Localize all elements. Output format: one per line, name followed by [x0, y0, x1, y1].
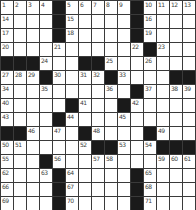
clue-number: 41: [80, 99, 87, 106]
cell-r9c12[interactable]: [144, 113, 157, 127]
cell-r14c12[interactable]: 68: [144, 183, 157, 197]
cell-r13c13[interactable]: [157, 169, 170, 183]
cell-r9c8[interactable]: [92, 113, 105, 127]
cell-r14c8[interactable]: [92, 183, 105, 197]
cell-r6c9-black: [105, 71, 118, 85]
cell-r2c6[interactable]: 15: [66, 15, 79, 29]
clue-number: 68: [145, 183, 152, 190]
cell-r1c12[interactable]: 10: [144, 1, 157, 15]
cell-r6c5[interactable]: 30: [53, 71, 66, 85]
cell-r10c11[interactable]: [131, 127, 144, 141]
cell-r15c5-black: [53, 197, 66, 210]
clue-number: 48: [93, 127, 100, 134]
clue-number: 13: [184, 1, 191, 8]
clue-number: 50: [2, 141, 9, 148]
clue-number: 53: [119, 141, 126, 148]
cell-r9c10[interactable]: 45: [118, 113, 131, 127]
clue-number: 46: [28, 127, 35, 134]
cell-r9c2[interactable]: [14, 113, 27, 127]
cell-r5c7-black: [79, 57, 92, 71]
cell-r1c3[interactable]: 3: [27, 1, 40, 15]
cell-r15c8[interactable]: [92, 197, 105, 210]
cell-r13c12[interactable]: 65: [144, 169, 157, 183]
clue-number: 23: [158, 43, 165, 50]
clue-number: 45: [119, 113, 126, 120]
clue-number: 21: [54, 43, 61, 50]
cell-r14c10[interactable]: [118, 183, 131, 197]
cell-r3c13[interactable]: [157, 29, 170, 43]
cell-r6c8[interactable]: 32: [92, 71, 105, 85]
cell-r11c12[interactable]: 54: [144, 141, 157, 155]
cell-r4c8[interactable]: [92, 43, 105, 57]
cell-r8c10-black: [118, 99, 131, 113]
cell-r8c4[interactable]: [40, 99, 53, 113]
cell-r11c10[interactable]: 53: [118, 141, 131, 155]
cell-r2c14[interactable]: [170, 15, 183, 29]
clue-number: 65: [145, 169, 152, 176]
cell-r15c10[interactable]: [118, 197, 131, 210]
cell-r8c9[interactable]: [105, 99, 118, 113]
clue-number: 63: [41, 169, 48, 176]
cell-r1c11-black: [131, 1, 144, 15]
clue-number: 55: [2, 155, 9, 162]
cell-r8c7[interactable]: 41: [79, 99, 92, 113]
cell-r9c4[interactable]: [40, 113, 53, 127]
clue-number: 66: [2, 183, 9, 190]
cell-r2c12[interactable]: 16: [144, 15, 157, 29]
clue-number: 42: [132, 99, 139, 106]
clue-number: 38: [171, 85, 178, 92]
cell-r7c12[interactable]: 37: [144, 85, 157, 99]
cell-r9c14[interactable]: [170, 113, 183, 127]
clue-number: 71: [145, 197, 152, 204]
cell-r14c9[interactable]: [105, 183, 118, 197]
cell-r5c5[interactable]: [53, 57, 66, 71]
cell-r10c2-black: [14, 127, 27, 141]
cell-r8c13[interactable]: [157, 99, 170, 113]
cell-r13c3[interactable]: [27, 169, 40, 183]
cell-r14c5-black: [53, 183, 66, 197]
cell-r13c14[interactable]: [170, 169, 183, 183]
cell-r11c7[interactable]: 52: [79, 141, 92, 155]
cell-r12c11[interactable]: [131, 155, 144, 169]
cell-r13c10[interactable]: [118, 169, 131, 183]
cell-r13c8[interactable]: [92, 169, 105, 183]
cell-r4c4[interactable]: [40, 43, 53, 57]
cell-r12c5[interactable]: 56: [53, 155, 66, 169]
cell-r1c7[interactable]: 6: [79, 1, 92, 15]
cell-r11c8-black: [92, 141, 105, 155]
cell-r13c1[interactable]: 62: [1, 169, 14, 183]
cell-r13c4[interactable]: 63: [40, 169, 53, 183]
cell-r15c6[interactable]: 70: [66, 197, 79, 210]
cell-r2c7[interactable]: [79, 15, 92, 29]
cell-r14c11-black: [131, 183, 144, 197]
cell-r8c6-black: [66, 99, 79, 113]
cell-r9c1[interactable]: 43: [1, 113, 14, 127]
cell-r2c1[interactable]: 14: [1, 15, 14, 29]
cell-r6c4-black: [40, 71, 53, 85]
clue-number: 2: [15, 1, 18, 8]
cell-r5c6[interactable]: [66, 57, 79, 71]
cell-r3c3[interactable]: [27, 29, 40, 43]
clue-number: 40: [2, 99, 9, 106]
cell-r12c2[interactable]: [14, 155, 27, 169]
cell-r7c14[interactable]: 38: [170, 85, 183, 99]
cell-r1c15[interactable]: 13: [183, 1, 196, 15]
cell-r15c12[interactable]: 71: [144, 197, 157, 210]
cell-r12c7[interactable]: [79, 155, 92, 169]
cell-r6c15-black: [183, 71, 196, 85]
cell-r3c11-black: [131, 29, 144, 43]
clue-number: 62: [2, 169, 9, 176]
clue-number: 43: [2, 113, 9, 120]
cell-r15c2[interactable]: [14, 197, 27, 210]
cell-r4c2[interactable]: [14, 43, 27, 57]
cell-r7c2[interactable]: [14, 85, 27, 99]
cell-r1c14[interactable]: 12: [170, 1, 183, 15]
cell-r12c10[interactable]: [118, 155, 131, 169]
cell-r14c3[interactable]: [27, 183, 40, 197]
clue-number: 59: [158, 155, 165, 162]
cell-r8c15[interactable]: [183, 99, 196, 113]
cell-r14c4[interactable]: [40, 183, 53, 197]
cell-r15c4[interactable]: [40, 197, 53, 210]
clue-number: 67: [67, 183, 74, 190]
clue-number: 9: [119, 1, 122, 8]
cell-r3c7[interactable]: [79, 29, 92, 43]
cell-r3c8[interactable]: [92, 29, 105, 43]
cell-r11c6[interactable]: [66, 141, 79, 155]
cell-r11c1[interactable]: 50: [1, 141, 14, 155]
cell-r9c11[interactable]: [131, 113, 144, 127]
cell-r6c14-black: [170, 71, 183, 85]
cell-r13c15[interactable]: [183, 169, 196, 183]
cell-r15c7[interactable]: [79, 197, 92, 210]
cell-r11c9-black: [105, 141, 118, 155]
cell-r12c13[interactable]: 59: [157, 155, 170, 169]
cell-r9c5-black: [53, 113, 66, 127]
cell-r7c10[interactable]: [118, 85, 131, 99]
cell-r7c11-black: [131, 85, 144, 99]
cell-r6c7[interactable]: 31: [79, 71, 92, 85]
cell-r5c15[interactable]: [183, 57, 196, 71]
clue-number: 27: [2, 71, 9, 78]
clue-number: 18: [67, 29, 74, 36]
clue-number: 1: [2, 1, 5, 8]
cell-r2c9[interactable]: [105, 15, 118, 29]
clue-number: 69: [2, 197, 9, 204]
cell-r6c13[interactable]: [157, 71, 170, 85]
cell-r9c15[interactable]: [183, 113, 196, 127]
cell-r1c2[interactable]: 2: [14, 1, 27, 15]
clue-number: 25: [106, 57, 113, 64]
cell-r6c3[interactable]: 29: [27, 71, 40, 85]
clue-number: 22: [132, 43, 139, 50]
cell-r14c7[interactable]: [79, 183, 92, 197]
clue-number: 57: [93, 155, 100, 162]
cell-r5c1-black: [1, 57, 14, 71]
cell-r4c13[interactable]: 23: [157, 43, 170, 57]
cell-r5c14[interactable]: [170, 57, 183, 71]
cell-r15c15[interactable]: [183, 197, 196, 210]
clue-number: 11: [158, 1, 165, 8]
clue-number: 29: [28, 71, 35, 78]
clue-number: 26: [145, 57, 152, 64]
cell-r5c3-black: [27, 57, 40, 71]
cell-r4c9[interactable]: [105, 43, 118, 57]
cell-r5c9[interactable]: 25: [105, 57, 118, 71]
clue-number: 32: [93, 71, 100, 78]
clue-number: 31: [80, 71, 87, 78]
cell-r7c15[interactable]: 39: [183, 85, 196, 99]
cell-r7c3[interactable]: [27, 85, 40, 99]
cell-r15c9[interactable]: [105, 197, 118, 210]
cell-r11c4[interactable]: [40, 141, 53, 155]
cell-r11c3[interactable]: [27, 141, 40, 155]
cell-r8c12[interactable]: [144, 99, 157, 113]
cell-r11c5[interactable]: [53, 141, 66, 155]
cell-r10c9[interactable]: [105, 127, 118, 141]
cell-r4c6[interactable]: [66, 43, 79, 57]
clue-number: 49: [158, 127, 165, 134]
cell-r10c8[interactable]: 48: [92, 127, 105, 141]
cell-r5c2-black: [14, 57, 27, 71]
cell-r1c1[interactable]: 1: [1, 1, 14, 15]
cell-r2c5-black: [53, 15, 66, 29]
cell-r5c10[interactable]: [118, 57, 131, 71]
clue-number: 52: [80, 141, 87, 148]
cell-r11c11[interactable]: [131, 141, 144, 155]
cell-r12c1[interactable]: 55: [1, 155, 14, 169]
clue-number: 28: [15, 71, 22, 78]
cell-r1c8[interactable]: 7: [92, 1, 105, 15]
cell-r3c10[interactable]: [118, 29, 131, 43]
clue-number: 17: [2, 29, 9, 36]
clue-number: 15: [67, 15, 74, 22]
cell-r4c1[interactable]: 20: [1, 43, 14, 57]
cell-r3c12[interactable]: 19: [144, 29, 157, 43]
clue-number: 19: [145, 29, 152, 36]
clue-number: 64: [67, 169, 74, 176]
cell-r3c1[interactable]: 17: [1, 29, 14, 43]
cell-r4c3[interactable]: [27, 43, 40, 57]
cell-r11c15-black: [183, 141, 196, 155]
cell-r4c12-black: [144, 43, 157, 57]
cell-r6c11[interactable]: [131, 71, 144, 85]
clue-number: 30: [54, 71, 61, 78]
cell-r15c13[interactable]: [157, 197, 170, 210]
cell-r10c12-black: [144, 127, 157, 141]
cell-r7c13[interactable]: [157, 85, 170, 99]
cell-r2c2[interactable]: [14, 15, 27, 29]
clue-number: 35: [41, 85, 48, 92]
cell-r2c10[interactable]: [118, 15, 131, 29]
cell-r1c6[interactable]: 5: [66, 1, 79, 15]
clue-number: 8: [106, 1, 109, 8]
cell-r10c15[interactable]: [183, 127, 196, 141]
clue-number: 70: [67, 197, 74, 204]
cell-r6c6[interactable]: [66, 71, 79, 85]
cell-r6c1[interactable]: 27: [1, 71, 14, 85]
crossword-grid: 1234567891011121314151617181920212223242…: [0, 0, 196, 210]
cell-r3c15[interactable]: [183, 29, 196, 43]
cell-r10c10[interactable]: [118, 127, 131, 141]
cell-r14c1[interactable]: 66: [1, 183, 14, 197]
cell-r5c11[interactable]: [131, 57, 144, 71]
clue-number: 56: [54, 155, 61, 162]
cell-r8c5[interactable]: [53, 99, 66, 113]
cell-r7c6[interactable]: [66, 85, 79, 99]
clue-number: 36: [106, 85, 113, 92]
cell-r8c14[interactable]: [170, 99, 183, 113]
cell-r10c13[interactable]: 49: [157, 127, 170, 141]
cell-r12c3[interactable]: [27, 155, 40, 169]
cell-r12c6[interactable]: [66, 155, 79, 169]
cell-r5c4[interactable]: 24: [40, 57, 53, 71]
cell-r7c5[interactable]: [53, 85, 66, 99]
clue-number: 51: [15, 141, 22, 148]
cell-r7c8[interactable]: [92, 85, 105, 99]
cell-r10c14[interactable]: [170, 127, 183, 141]
cell-r5c13[interactable]: [157, 57, 170, 71]
cell-r2c13[interactable]: [157, 15, 170, 29]
cell-r12c14[interactable]: 60: [170, 155, 183, 169]
cell-r14c14[interactable]: [170, 183, 183, 197]
cell-r10c1-black: [1, 127, 14, 141]
cell-r10c3[interactable]: 46: [27, 127, 40, 141]
cell-r3c4[interactable]: [40, 29, 53, 43]
cell-r13c5-black: [53, 169, 66, 183]
cell-r14c2[interactable]: [14, 183, 27, 197]
cell-r9c9[interactable]: [105, 113, 118, 127]
cell-r3c5-black: [53, 29, 66, 43]
cell-r9c3[interactable]: [27, 113, 40, 127]
cell-r3c9[interactable]: [105, 29, 118, 43]
cell-r12c8[interactable]: 57: [92, 155, 105, 169]
clue-number: 10: [145, 1, 152, 8]
cell-r3c2[interactable]: [14, 29, 27, 43]
cell-r11c2[interactable]: 51: [14, 141, 27, 155]
cell-r1c5-black: [53, 1, 66, 15]
cell-r12c15[interactable]: 61: [183, 155, 196, 169]
clue-number: 14: [2, 15, 9, 22]
cell-r10c5[interactable]: 47: [53, 127, 66, 141]
cell-r3c14[interactable]: [170, 29, 183, 43]
clue-number: 5: [67, 1, 70, 8]
cell-r8c1[interactable]: 40: [1, 99, 14, 113]
cell-r6c2[interactable]: 28: [14, 71, 27, 85]
cell-r15c3[interactable]: [27, 197, 40, 210]
cell-r11c14-black: [170, 141, 183, 155]
clue-number: 37: [145, 85, 152, 92]
cell-r4c15[interactable]: [183, 43, 196, 57]
cell-r2c4[interactable]: [40, 15, 53, 29]
cell-r2c3[interactable]: [27, 15, 40, 29]
cell-r3c6[interactable]: 18: [66, 29, 79, 43]
cell-r8c3[interactable]: [27, 99, 40, 113]
cell-r12c12[interactable]: [144, 155, 157, 169]
cell-r1c13[interactable]: 11: [157, 1, 170, 15]
clue-number: 24: [41, 57, 48, 64]
cell-r9c13[interactable]: [157, 113, 170, 127]
cell-r4c14[interactable]: [170, 43, 183, 57]
clue-number: 61: [184, 155, 191, 162]
cell-r2c8[interactable]: [92, 15, 105, 29]
cell-r8c2[interactable]: [14, 99, 27, 113]
cell-r6c12[interactable]: [144, 71, 157, 85]
cell-r5c12[interactable]: 26: [144, 57, 157, 71]
cell-r13c9[interactable]: [105, 169, 118, 183]
cell-r12c9[interactable]: 58: [105, 155, 118, 169]
cell-r1c9[interactable]: 8: [105, 1, 118, 15]
cell-r13c6[interactable]: 64: [66, 169, 79, 183]
cell-r1c10[interactable]: 9: [118, 1, 131, 15]
cell-r15c11-black: [131, 197, 144, 210]
cell-r2c11-black: [131, 15, 144, 29]
clue-number: 16: [145, 15, 152, 22]
clue-number: 58: [106, 155, 113, 162]
cell-r7c7[interactable]: [79, 85, 92, 99]
clue-number: 20: [2, 43, 9, 50]
cell-r15c1[interactable]: 69: [1, 197, 14, 210]
clue-number: 4: [41, 1, 44, 8]
clue-number: 39: [184, 85, 191, 92]
clue-number: 34: [2, 85, 9, 92]
cell-r13c7[interactable]: [79, 169, 92, 183]
cell-r4c7[interactable]: [79, 43, 92, 57]
cell-r4c5[interactable]: 21: [53, 43, 66, 57]
cell-r9c7[interactable]: [79, 113, 92, 127]
clue-number: 12: [171, 1, 178, 8]
cell-r13c2[interactable]: [14, 169, 27, 183]
cell-r8c11[interactable]: 42: [131, 99, 144, 113]
cell-r12c4-black: [40, 155, 53, 169]
clue-number: 44: [67, 113, 74, 120]
clue-number: 3: [28, 1, 31, 8]
cell-r14c6[interactable]: 67: [66, 183, 79, 197]
cell-r8c8[interactable]: [92, 99, 105, 113]
cell-r7c1[interactable]: 34: [1, 85, 14, 99]
cell-r14c15[interactable]: [183, 183, 196, 197]
cell-r7c9[interactable]: 36: [105, 85, 118, 99]
cell-r13c11-black: [131, 169, 144, 183]
cell-r14c13[interactable]: [157, 183, 170, 197]
cell-r11c13-black: [157, 141, 170, 155]
cell-r2c15[interactable]: [183, 15, 196, 29]
clue-number: 6: [80, 1, 83, 8]
cell-r5c8-black: [92, 57, 105, 71]
cell-r6c10[interactable]: 33: [118, 71, 131, 85]
cell-r10c6[interactable]: [66, 127, 79, 141]
cell-r7c4[interactable]: 35: [40, 85, 53, 99]
clue-number: 7: [93, 1, 96, 8]
clue-number: 47: [54, 127, 61, 134]
cell-r10c4[interactable]: [40, 127, 53, 141]
cell-r4c10[interactable]: [118, 43, 131, 57]
cell-r9c6[interactable]: 44: [66, 113, 79, 127]
cell-r1c4[interactable]: 4: [40, 1, 53, 15]
cell-r4c11[interactable]: 22: [131, 43, 144, 57]
cell-r15c14[interactable]: [170, 197, 183, 210]
clue-number: 54: [145, 141, 152, 148]
clue-number: 33: [119, 71, 126, 78]
clue-number: 60: [171, 155, 178, 162]
cell-r10c7-black: [79, 127, 92, 141]
